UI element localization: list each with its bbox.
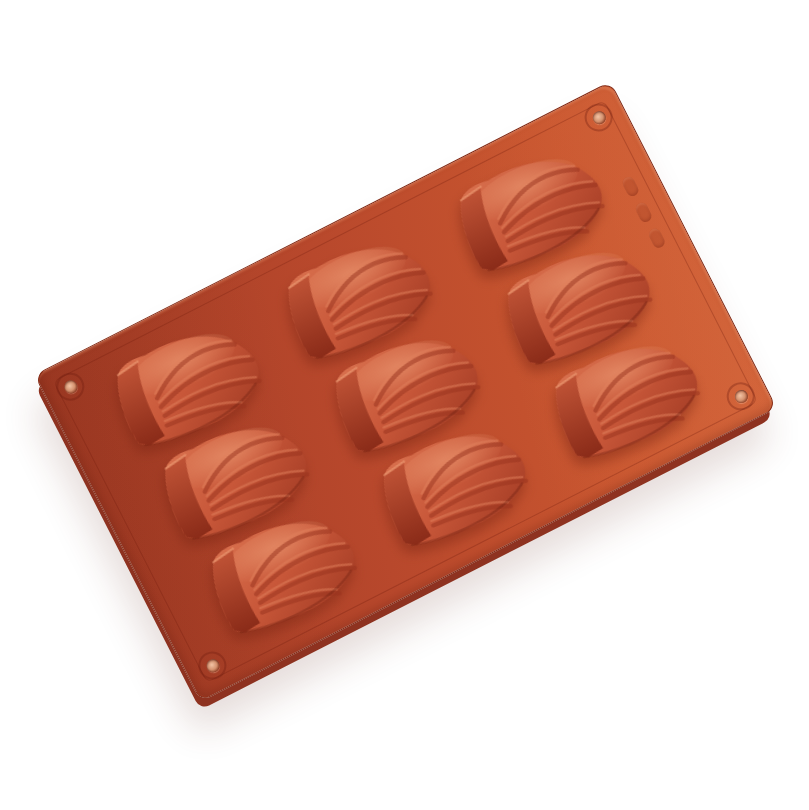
cavity-grid [76, 119, 733, 662]
hole-opening [732, 388, 749, 405]
photo-background [0, 0, 809, 810]
silicone-mold-plate [34, 81, 777, 702]
